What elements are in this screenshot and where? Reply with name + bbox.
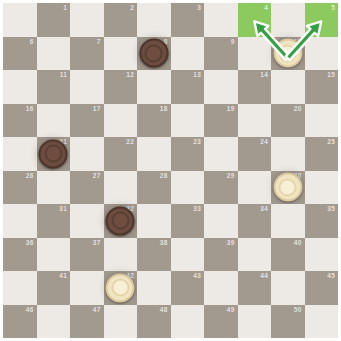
square-number: 4 (264, 4, 268, 11)
square-number: 46 (26, 306, 34, 313)
square-19[interactable]: 19 (204, 104, 238, 138)
square-43[interactable]: 43 (171, 271, 205, 305)
square-34[interactable]: 34 (238, 204, 272, 238)
square-5[interactable]: 5 (305, 3, 339, 37)
square-light (104, 305, 138, 339)
square-light (204, 70, 238, 104)
square-number: 50 (294, 306, 302, 313)
square-light (37, 104, 71, 138)
square-light (305, 37, 339, 71)
square-light (137, 204, 171, 238)
square-light (271, 3, 305, 37)
square-light (3, 204, 37, 238)
square-number: 26 (26, 172, 34, 179)
square-number: 29 (227, 172, 235, 179)
square-number: 41 (59, 272, 67, 279)
square-15[interactable]: 15 (305, 70, 339, 104)
square-number: 15 (327, 71, 335, 78)
black-man-8[interactable] (139, 39, 168, 68)
square-light (305, 305, 339, 339)
square-light (171, 171, 205, 205)
square-14[interactable]: 14 (238, 70, 272, 104)
square-light (104, 238, 138, 272)
square-28[interactable]: 28 (137, 171, 171, 205)
square-light (204, 271, 238, 305)
square-6[interactable]: 6 (3, 37, 37, 71)
square-number: 37 (93, 239, 101, 246)
square-4[interactable]: 4 (238, 3, 272, 37)
square-light (238, 305, 272, 339)
square-light (37, 238, 71, 272)
draughts-board: 1234567891011121314151617181920212223242… (3, 3, 338, 338)
square-light (204, 3, 238, 37)
square-number: 28 (160, 172, 168, 179)
square-light (104, 171, 138, 205)
square-25[interactable]: 25 (305, 137, 339, 171)
square-number: 33 (193, 205, 201, 212)
square-light (70, 204, 104, 238)
square-number: 17 (93, 105, 101, 112)
square-number: 11 (60, 71, 67, 78)
square-42[interactable]: 42 (104, 271, 138, 305)
square-light (137, 70, 171, 104)
square-light (104, 37, 138, 71)
square-number: 39 (227, 239, 235, 246)
square-16[interactable]: 16 (3, 104, 37, 138)
square-11[interactable]: 11 (37, 70, 71, 104)
square-18[interactable]: 18 (137, 104, 171, 138)
square-light (37, 37, 71, 71)
square-number: 47 (93, 306, 101, 313)
square-number: 12 (126, 71, 134, 78)
square-47[interactable]: 47 (70, 305, 104, 339)
square-light (137, 137, 171, 171)
square-3[interactable]: 3 (171, 3, 205, 37)
square-light (3, 70, 37, 104)
square-number: 27 (93, 172, 101, 179)
square-light (271, 204, 305, 238)
square-light (271, 271, 305, 305)
square-number: 23 (193, 138, 201, 145)
square-number: 5 (331, 4, 335, 11)
square-light (70, 137, 104, 171)
square-light (37, 171, 71, 205)
square-number: 13 (193, 71, 201, 78)
square-light (171, 305, 205, 339)
square-number: 20 (294, 105, 302, 112)
square-light (238, 104, 272, 138)
square-light (137, 3, 171, 37)
square-48[interactable]: 48 (137, 305, 171, 339)
square-light (171, 238, 205, 272)
square-46[interactable]: 46 (3, 305, 37, 339)
square-light (171, 104, 205, 138)
square-light (171, 37, 205, 71)
square-31[interactable]: 31 (37, 204, 71, 238)
square-30[interactable]: 30 (271, 171, 305, 205)
square-23[interactable]: 23 (171, 137, 205, 171)
square-44[interactable]: 44 (238, 271, 272, 305)
square-light (238, 37, 272, 71)
square-number: 44 (260, 272, 268, 279)
square-number: 14 (260, 71, 268, 78)
square-number: 43 (193, 272, 201, 279)
square-7[interactable]: 7 (70, 37, 104, 71)
square-45[interactable]: 45 (305, 271, 339, 305)
square-light (204, 204, 238, 238)
square-20[interactable]: 20 (271, 104, 305, 138)
square-49[interactable]: 49 (204, 305, 238, 339)
square-number: 1 (63, 4, 67, 11)
square-24[interactable]: 24 (238, 137, 272, 171)
square-39[interactable]: 39 (204, 238, 238, 272)
square-29[interactable]: 29 (204, 171, 238, 205)
square-35[interactable]: 35 (305, 204, 339, 238)
square-33[interactable]: 33 (171, 204, 205, 238)
square-light (104, 104, 138, 138)
square-number: 35 (327, 205, 335, 212)
square-number: 25 (327, 138, 335, 145)
square-36[interactable]: 36 (3, 238, 37, 272)
square-1[interactable]: 1 (37, 3, 71, 37)
square-number: 6 (30, 38, 34, 45)
square-light (3, 271, 37, 305)
square-17[interactable]: 17 (70, 104, 104, 138)
square-10[interactable]: 10 (271, 37, 305, 71)
square-number: 34 (260, 205, 268, 212)
square-light (3, 3, 37, 37)
square-light (204, 137, 238, 171)
square-number: 2 (130, 4, 134, 11)
square-26[interactable]: 26 (3, 171, 37, 205)
square-number: 19 (227, 105, 235, 112)
square-light (3, 137, 37, 171)
square-8[interactable]: 8 (137, 37, 171, 71)
white-man-42[interactable] (106, 273, 135, 302)
square-number: 7 (97, 38, 101, 45)
square-9[interactable]: 9 (204, 37, 238, 71)
square-number: 45 (327, 272, 335, 279)
square-21[interactable]: 21 (37, 137, 71, 171)
square-13[interactable]: 13 (171, 70, 205, 104)
square-light (137, 271, 171, 305)
square-38[interactable]: 38 (137, 238, 171, 272)
square-number: 36 (26, 239, 34, 246)
square-light (238, 171, 272, 205)
square-light (271, 70, 305, 104)
square-27[interactable]: 27 (70, 171, 104, 205)
square-number: 48 (160, 306, 168, 313)
square-number: 18 (160, 105, 168, 112)
square-number: 31 (59, 205, 67, 212)
square-number: 38 (160, 239, 168, 246)
square-22[interactable]: 22 (104, 137, 138, 171)
square-32[interactable]: 32 (104, 204, 138, 238)
square-light (238, 238, 272, 272)
square-37[interactable]: 37 (70, 238, 104, 272)
square-number: 16 (26, 105, 34, 112)
square-number: 3 (197, 4, 201, 11)
square-number: 24 (260, 138, 268, 145)
square-number: 40 (294, 239, 302, 246)
white-man-30[interactable] (273, 173, 302, 202)
black-man-32[interactable] (106, 206, 135, 235)
square-2[interactable]: 2 (104, 3, 138, 37)
square-light (70, 70, 104, 104)
square-light (305, 171, 339, 205)
square-light (305, 238, 339, 272)
black-man-21[interactable] (39, 139, 68, 168)
square-light (70, 3, 104, 37)
square-number: 22 (126, 138, 134, 145)
square-number: 49 (227, 306, 235, 313)
square-number: 9 (231, 38, 235, 45)
square-light (37, 305, 71, 339)
draughts-app: 1234567891011121314151617181920212223242… (0, 0, 341, 341)
white-man-10[interactable] (273, 39, 302, 68)
square-50[interactable]: 50 (271, 305, 305, 339)
square-41[interactable]: 41 (37, 271, 71, 305)
square-12[interactable]: 12 (104, 70, 138, 104)
square-40[interactable]: 40 (271, 238, 305, 272)
square-light (305, 104, 339, 138)
square-light (271, 137, 305, 171)
square-light (70, 271, 104, 305)
